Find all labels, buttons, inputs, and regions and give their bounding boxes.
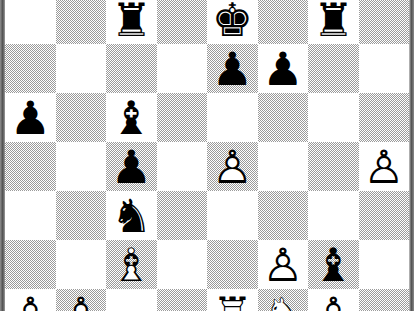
piece-outline-glyph: ♙ <box>308 289 359 311</box>
square-d8[interactable] <box>157 0 208 44</box>
square-h7[interactable] <box>359 44 410 93</box>
square-d3[interactable] <box>157 240 208 289</box>
square-d7[interactable] <box>157 44 208 93</box>
square-e5[interactable]: ♟♙ <box>207 142 258 191</box>
black-bishop-piece[interactable]: ♝ <box>308 240 359 289</box>
piece-glyph: ♝ <box>106 93 157 142</box>
square-f3[interactable]: ♟♙ <box>258 240 309 289</box>
square-f6[interactable] <box>258 93 309 142</box>
square-c7[interactable] <box>106 44 157 93</box>
piece-outline-glyph: ♖ <box>207 289 258 311</box>
piece-glyph: ♟ <box>5 93 56 142</box>
board-left-border <box>0 0 5 311</box>
square-f4[interactable] <box>258 191 309 240</box>
board-right-border <box>409 0 414 311</box>
square-a7[interactable] <box>5 44 56 93</box>
black-pawn-piece[interactable]: ♟ <box>5 93 56 142</box>
square-d2[interactable] <box>157 289 208 311</box>
square-d5[interactable] <box>157 142 208 191</box>
square-a4[interactable] <box>5 191 56 240</box>
square-a6[interactable]: ♟ <box>5 93 56 142</box>
white-pawn-piece[interactable]: ♟♙ <box>5 289 56 311</box>
black-pawn-piece[interactable]: ♟ <box>258 44 309 93</box>
square-b8[interactable] <box>56 0 107 44</box>
square-h2[interactable] <box>359 289 410 311</box>
square-b4[interactable] <box>56 191 107 240</box>
square-e8[interactable]: ♚ <box>207 0 258 44</box>
square-c4[interactable]: ♞ <box>106 191 157 240</box>
square-c2[interactable] <box>106 289 157 311</box>
square-e4[interactable] <box>207 191 258 240</box>
square-f2[interactable]: ♞♘ <box>258 289 309 311</box>
square-f8[interactable] <box>258 0 309 44</box>
square-b7[interactable] <box>56 44 107 93</box>
square-h8[interactable] <box>359 0 410 44</box>
square-e7[interactable]: ♟ <box>207 44 258 93</box>
black-bishop-piece[interactable]: ♝ <box>106 93 157 142</box>
square-h6[interactable] <box>359 93 410 142</box>
black-rook-piece[interactable]: ♜ <box>106 0 157 44</box>
square-h3[interactable] <box>359 240 410 289</box>
white-knight-piece[interactable]: ♞♘ <box>258 289 309 311</box>
square-c8[interactable]: ♜ <box>106 0 157 44</box>
black-knight-piece[interactable]: ♞ <box>106 191 157 240</box>
square-h4[interactable] <box>359 191 410 240</box>
square-a2[interactable]: ♟♙ <box>5 289 56 311</box>
piece-outline-glyph: ♙ <box>359 142 410 191</box>
square-g5[interactable] <box>308 142 359 191</box>
piece-glyph: ♝ <box>308 240 359 289</box>
white-pawn-piece[interactable]: ♟♙ <box>308 289 359 311</box>
piece-outline-glyph: ♙ <box>258 240 309 289</box>
square-d6[interactable] <box>157 93 208 142</box>
piece-outline-glyph: ♙ <box>5 289 56 311</box>
square-b2[interactable]: ♟♙ <box>56 289 107 311</box>
square-g3[interactable]: ♝ <box>308 240 359 289</box>
piece-glyph: ♜ <box>106 0 157 44</box>
square-g8[interactable]: ♜ <box>308 0 359 44</box>
piece-glyph: ♟ <box>106 142 157 191</box>
piece-glyph: ♟ <box>207 44 258 93</box>
white-pawn-piece[interactable]: ♟♙ <box>56 289 107 311</box>
square-e6[interactable] <box>207 93 258 142</box>
square-h5[interactable]: ♟♙ <box>359 142 410 191</box>
chess-diagram: ♜♚♜♟♟♟♝♟♟♙♟♙♞♝♗♟♙♝♟♙♟♙♜♖♞♘♟♙ <box>0 0 414 311</box>
white-pawn-piece[interactable]: ♟♙ <box>258 240 309 289</box>
square-f7[interactable]: ♟ <box>258 44 309 93</box>
square-a3[interactable] <box>5 240 56 289</box>
black-rook-piece[interactable]: ♜ <box>308 0 359 44</box>
square-f5[interactable] <box>258 142 309 191</box>
black-pawn-piece[interactable]: ♟ <box>106 142 157 191</box>
white-pawn-piece[interactable]: ♟♙ <box>207 142 258 191</box>
square-g4[interactable] <box>308 191 359 240</box>
white-pawn-piece[interactable]: ♟♙ <box>359 142 410 191</box>
piece-glyph: ♜ <box>308 0 359 44</box>
piece-outline-glyph: ♗ <box>106 240 157 289</box>
black-pawn-piece[interactable]: ♟ <box>207 44 258 93</box>
chess-board: ♜♚♜♟♟♟♝♟♟♙♟♙♞♝♗♟♙♝♟♙♟♙♜♖♞♘♟♙ <box>5 0 409 311</box>
square-b6[interactable] <box>56 93 107 142</box>
piece-outline-glyph: ♘ <box>258 289 309 311</box>
white-rook-piece[interactable]: ♜♖ <box>207 289 258 311</box>
square-g6[interactable] <box>308 93 359 142</box>
square-d4[interactable] <box>157 191 208 240</box>
square-b3[interactable] <box>56 240 107 289</box>
square-b5[interactable] <box>56 142 107 191</box>
black-king-piece[interactable]: ♚ <box>207 0 258 44</box>
piece-glyph: ♞ <box>106 191 157 240</box>
square-a5[interactable] <box>5 142 56 191</box>
square-e3[interactable] <box>207 240 258 289</box>
square-a8[interactable] <box>5 0 56 44</box>
square-c5[interactable]: ♟ <box>106 142 157 191</box>
square-c6[interactable]: ♝ <box>106 93 157 142</box>
piece-glyph: ♟ <box>258 44 309 93</box>
square-c3[interactable]: ♝♗ <box>106 240 157 289</box>
square-e2[interactable]: ♜♖ <box>207 289 258 311</box>
piece-outline-glyph: ♙ <box>56 289 107 311</box>
piece-outline-glyph: ♙ <box>207 142 258 191</box>
white-bishop-piece[interactable]: ♝♗ <box>106 240 157 289</box>
piece-glyph: ♚ <box>207 0 258 44</box>
square-g7[interactable] <box>308 44 359 93</box>
square-g2[interactable]: ♟♙ <box>308 289 359 311</box>
